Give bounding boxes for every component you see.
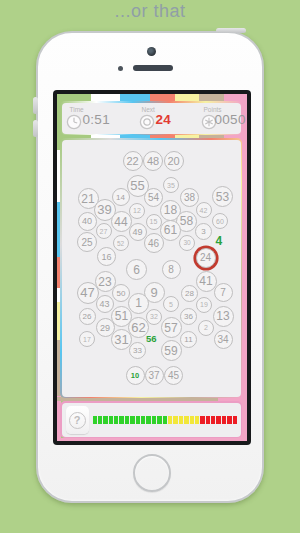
progress-segment bbox=[190, 416, 194, 424]
board-circle[interactable]: 49 bbox=[129, 223, 147, 241]
progress-segment bbox=[168, 416, 172, 424]
board-circle-selected[interactable]: 24 bbox=[196, 248, 216, 268]
iphone-frame: Time 0:51 Next 24 Points bbox=[36, 31, 264, 503]
progress-segment bbox=[93, 416, 97, 424]
progress-segment bbox=[152, 416, 156, 424]
screen-bezel: Time 0:51 Next 24 Points bbox=[53, 90, 251, 445]
time-value: 0:51 bbox=[83, 112, 110, 127]
bonus-number: 56 bbox=[146, 333, 157, 344]
progress-segment bbox=[195, 416, 199, 424]
progress-segment bbox=[184, 416, 188, 424]
bottom-bar-border: ? bbox=[60, 401, 242, 438]
board-circle[interactable]: 26 bbox=[79, 308, 96, 325]
proximity-sensor bbox=[118, 66, 123, 71]
board-circle[interactable]: 25 bbox=[77, 232, 97, 252]
progress-segment bbox=[157, 416, 161, 424]
board-circle[interactable]: 6 bbox=[126, 259, 147, 280]
board-circle[interactable]: 47 bbox=[77, 282, 99, 304]
progress-segment bbox=[130, 416, 134, 424]
progress-segment bbox=[103, 416, 107, 424]
bonus-number: 4 bbox=[216, 234, 223, 248]
progress-segment bbox=[98, 416, 102, 424]
progress-segment bbox=[141, 416, 145, 424]
board-circle[interactable]: 15 bbox=[146, 214, 162, 230]
progress-segment bbox=[146, 416, 150, 424]
board-circle[interactable]: 52 bbox=[113, 235, 129, 251]
board-circle[interactable]: 41 bbox=[196, 271, 217, 292]
board-circle[interactable]: 7 bbox=[214, 283, 233, 302]
progress-segment bbox=[179, 416, 183, 424]
progress-segment bbox=[216, 416, 220, 424]
edge-pink-bottom bbox=[57, 438, 247, 442]
power-button bbox=[216, 28, 246, 33]
help-button[interactable]: ? bbox=[66, 406, 89, 434]
volume-up-button bbox=[33, 97, 38, 114]
board-circle[interactable]: 16 bbox=[97, 247, 116, 266]
board-circle[interactable]: 40 bbox=[78, 212, 97, 231]
progress-segment bbox=[227, 416, 231, 424]
board-circle[interactable]: 54 bbox=[144, 188, 163, 207]
board-circle[interactable]: 34 bbox=[214, 330, 233, 349]
hud-bar: Time 0:51 Next 24 Points bbox=[62, 103, 241, 134]
points-value: 0050 bbox=[215, 112, 246, 127]
board-border: 2248205535211454385339121842404415586027… bbox=[60, 138, 242, 398]
bottom-bar: ? bbox=[62, 403, 241, 437]
progress-segment bbox=[222, 416, 226, 424]
progress-segment bbox=[136, 416, 140, 424]
board-circle[interactable]: 17 bbox=[79, 331, 95, 347]
board-circle[interactable]: 5 bbox=[163, 296, 179, 312]
board-circle[interactable]: 32 bbox=[146, 309, 162, 325]
progress-segment bbox=[200, 416, 204, 424]
board-circle[interactable]: 33 bbox=[129, 342, 146, 359]
page-title: ...or that bbox=[0, 1, 300, 22]
board-circle[interactable]: 10 bbox=[126, 366, 145, 385]
progress-segment bbox=[114, 416, 118, 424]
clock-icon bbox=[66, 114, 82, 130]
front-camera bbox=[147, 47, 156, 56]
next-value: 24 bbox=[156, 112, 172, 127]
board-circle[interactable]: 60 bbox=[212, 213, 228, 229]
board-circle[interactable]: 42 bbox=[196, 202, 212, 218]
board-circle[interactable]: 35 bbox=[163, 177, 179, 193]
volume-down-button bbox=[33, 120, 38, 137]
game-screen: Time 0:51 Next 24 Points bbox=[57, 94, 247, 441]
hud-bar-border: Time 0:51 Next 24 Points bbox=[60, 101, 242, 135]
home-button[interactable] bbox=[133, 454, 171, 492]
progress-segment bbox=[119, 416, 123, 424]
question-mark-icon: ? bbox=[69, 412, 86, 429]
board-circle[interactable]: 20 bbox=[164, 151, 184, 171]
progress-segment bbox=[211, 416, 215, 424]
game-board: 2248205535211454385339121842404415586027… bbox=[62, 140, 241, 397]
progress-segment bbox=[163, 416, 167, 424]
board-circle[interactable]: 12 bbox=[129, 203, 145, 219]
board-circle[interactable]: 3 bbox=[195, 223, 212, 240]
board-circle[interactable]: 43 bbox=[96, 295, 114, 313]
board-circle[interactable]: 53 bbox=[212, 186, 233, 207]
board-circle[interactable]: 22 bbox=[123, 151, 143, 171]
board-circle[interactable]: 59 bbox=[161, 340, 182, 361]
board-circle[interactable]: 27 bbox=[96, 223, 112, 239]
board-circle[interactable]: 36 bbox=[180, 308, 197, 325]
board-circle[interactable]: 37 bbox=[145, 366, 164, 385]
board-circle[interactable]: 46 bbox=[144, 233, 164, 253]
board-circle[interactable]: 30 bbox=[179, 235, 195, 251]
board-circle[interactable]: 2 bbox=[198, 320, 214, 336]
board-circle[interactable]: 50 bbox=[112, 284, 130, 302]
progress-segment bbox=[233, 416, 237, 424]
board-circle[interactable]: 48 bbox=[143, 151, 163, 171]
next-circle-icon bbox=[139, 114, 155, 130]
progress-segment bbox=[125, 416, 129, 424]
board-circle[interactable]: 61 bbox=[160, 220, 181, 241]
earpiece-speaker bbox=[133, 65, 173, 71]
progress-segment bbox=[173, 416, 177, 424]
progress-bar bbox=[93, 416, 238, 424]
board-circle[interactable]: 19 bbox=[196, 297, 212, 313]
board-circle[interactable]: 1 bbox=[128, 293, 149, 314]
next-label: Next bbox=[142, 106, 155, 113]
progress-segment bbox=[109, 416, 113, 424]
board-circle[interactable]: 13 bbox=[213, 306, 234, 327]
progress-segment bbox=[206, 416, 210, 424]
board-circle[interactable]: 8 bbox=[162, 260, 181, 279]
board-circle[interactable]: 28 bbox=[181, 285, 198, 302]
board-circle[interactable]: 38 bbox=[180, 188, 199, 207]
board-circle[interactable]: 57 bbox=[161, 317, 182, 338]
board-circle[interactable]: 45 bbox=[164, 366, 183, 385]
board-circle[interactable]: 11 bbox=[180, 331, 197, 348]
